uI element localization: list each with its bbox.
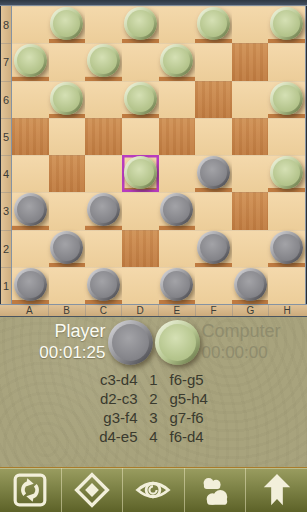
board-grid bbox=[11, 6, 305, 304]
gray-piece[interactable] bbox=[14, 193, 47, 226]
square-e1[interactable] bbox=[159, 267, 196, 304]
square-b5[interactable] bbox=[49, 118, 86, 155]
square-e5[interactable] bbox=[159, 118, 196, 155]
clouds-button[interactable] bbox=[184, 468, 246, 512]
square-f8[interactable] bbox=[195, 6, 232, 43]
move-white: g3-f4 bbox=[86, 408, 138, 427]
file-labels: ABCDEFGH bbox=[11, 305, 305, 316]
move-black: f6-g5 bbox=[170, 370, 222, 389]
up-arrow-button[interactable] bbox=[245, 468, 307, 512]
square-c2[interactable] bbox=[85, 230, 122, 267]
square-h5[interactable] bbox=[268, 118, 305, 155]
rank-label-1: 1 bbox=[1, 267, 11, 304]
green-piece[interactable] bbox=[124, 156, 157, 189]
square-a7[interactable] bbox=[12, 43, 49, 80]
board-corner bbox=[305, 305, 307, 316]
square-g7[interactable] bbox=[232, 43, 269, 80]
rank-label-8: 8 bbox=[1, 6, 11, 43]
board: 87654321 ABCDEFGH bbox=[0, 0, 307, 317]
green-piece[interactable] bbox=[270, 156, 303, 189]
square-d6[interactable] bbox=[122, 81, 159, 118]
square-h6[interactable] bbox=[268, 81, 305, 118]
gray-piece[interactable] bbox=[87, 193, 120, 226]
move-row-3: g3-f43g7-f6 bbox=[86, 408, 222, 427]
square-f2[interactable] bbox=[195, 230, 232, 267]
player-clock: 00:01:25 bbox=[39, 342, 105, 363]
square-a5[interactable] bbox=[12, 118, 49, 155]
player-label: Player bbox=[54, 321, 105, 342]
file-label-h: H bbox=[268, 305, 305, 316]
square-g5[interactable] bbox=[232, 118, 269, 155]
info-panel: Player 00:01:25 Computer 00:00:00 c3-d41… bbox=[0, 317, 307, 467]
computer-label: Computer bbox=[202, 321, 281, 342]
move-white: d2-c3 bbox=[86, 389, 138, 408]
rotate-icon bbox=[12, 472, 48, 508]
rank-label-7: 7 bbox=[1, 43, 11, 80]
diamond-icon bbox=[74, 472, 110, 508]
green-piece[interactable] bbox=[14, 44, 47, 77]
green-piece[interactable] bbox=[197, 7, 230, 40]
board-corner bbox=[0, 305, 11, 316]
checkers-app: 87654321 ABCDEFGH Player 00:01:25 Comput… bbox=[0, 0, 307, 512]
move-number: 2 bbox=[138, 389, 170, 408]
move-black: g5-h4 bbox=[170, 389, 222, 408]
square-d2[interactable] bbox=[122, 230, 159, 267]
square-c3[interactable] bbox=[85, 192, 122, 229]
gray-piece[interactable] bbox=[270, 231, 303, 264]
move-black: g7-f6 bbox=[170, 408, 222, 427]
rank-label-4: 4 bbox=[1, 155, 11, 192]
file-label-e: E bbox=[158, 305, 195, 316]
rank-label-5: 5 bbox=[1, 118, 11, 155]
square-f6[interactable] bbox=[195, 81, 232, 118]
square-a2[interactable] bbox=[12, 230, 49, 267]
square-h7[interactable] bbox=[268, 43, 305, 80]
square-c1[interactable] bbox=[85, 267, 122, 304]
square-e7[interactable] bbox=[159, 43, 196, 80]
square-b3[interactable] bbox=[49, 192, 86, 229]
computer-piece-icon bbox=[155, 320, 200, 365]
square-g3[interactable] bbox=[232, 192, 269, 229]
square-c6[interactable] bbox=[85, 81, 122, 118]
file-label-b: B bbox=[48, 305, 85, 316]
board-right-edge bbox=[305, 6, 307, 304]
rotate-board-button[interactable] bbox=[0, 468, 61, 512]
move-list: c3-d41f6-g5d2-c32g5-h4g3-f43g7-f6d4-e54f… bbox=[0, 370, 307, 446]
square-h8[interactable] bbox=[268, 6, 305, 43]
square-d7[interactable] bbox=[122, 43, 159, 80]
square-c8[interactable] bbox=[85, 6, 122, 43]
player-piece-icon bbox=[108, 320, 153, 365]
gray-piece[interactable] bbox=[197, 231, 230, 264]
up-arrow-icon bbox=[259, 472, 295, 508]
file-label-strip: ABCDEFGH bbox=[0, 304, 307, 317]
square-g8[interactable] bbox=[232, 6, 269, 43]
square-d4[interactable] bbox=[122, 155, 159, 192]
square-d3[interactable] bbox=[122, 192, 159, 229]
eye-button[interactable] bbox=[122, 468, 184, 512]
square-b1[interactable] bbox=[49, 267, 86, 304]
square-b4[interactable] bbox=[49, 155, 86, 192]
move-row-2: d2-c32g5-h4 bbox=[86, 389, 222, 408]
green-piece[interactable] bbox=[87, 44, 120, 77]
rank-label-6: 6 bbox=[1, 81, 11, 118]
square-f1[interactable] bbox=[195, 267, 232, 304]
eye-icon bbox=[135, 472, 171, 508]
square-h3[interactable] bbox=[268, 192, 305, 229]
green-piece[interactable] bbox=[50, 82, 83, 115]
toolbar bbox=[0, 468, 307, 512]
gray-piece[interactable] bbox=[160, 193, 193, 226]
gray-piece[interactable] bbox=[50, 231, 83, 264]
gray-piece[interactable] bbox=[160, 268, 193, 301]
square-f3[interactable] bbox=[195, 192, 232, 229]
square-e2[interactable] bbox=[159, 230, 196, 267]
diamond-button[interactable] bbox=[61, 468, 123, 512]
square-b7[interactable] bbox=[49, 43, 86, 80]
square-b8[interactable] bbox=[49, 6, 86, 43]
square-g6[interactable] bbox=[232, 81, 269, 118]
clouds-icon bbox=[197, 472, 233, 508]
square-d5[interactable] bbox=[122, 118, 159, 155]
square-a1[interactable] bbox=[12, 267, 49, 304]
green-piece[interactable] bbox=[270, 82, 303, 115]
square-f7[interactable] bbox=[195, 43, 232, 80]
square-a4[interactable] bbox=[12, 155, 49, 192]
move-black: f6-d4 bbox=[170, 427, 222, 446]
rank-labels: 87654321 bbox=[0, 6, 11, 304]
file-label-d: D bbox=[121, 305, 158, 316]
square-g4[interactable] bbox=[232, 155, 269, 192]
square-b2[interactable] bbox=[49, 230, 86, 267]
gray-piece[interactable] bbox=[14, 268, 47, 301]
file-label-c: C bbox=[85, 305, 122, 316]
square-h4[interactable] bbox=[268, 155, 305, 192]
green-piece[interactable] bbox=[50, 7, 83, 40]
gray-piece[interactable] bbox=[234, 268, 267, 301]
green-piece[interactable] bbox=[160, 44, 193, 77]
square-c7[interactable] bbox=[85, 43, 122, 80]
move-white: d4-e5 bbox=[86, 427, 138, 446]
file-label-a: A bbox=[11, 305, 48, 316]
green-piece[interactable] bbox=[270, 7, 303, 40]
green-piece[interactable] bbox=[124, 82, 157, 115]
square-e8[interactable] bbox=[159, 6, 196, 43]
gray-piece[interactable] bbox=[87, 268, 120, 301]
square-a3[interactable] bbox=[12, 192, 49, 229]
square-g1[interactable] bbox=[232, 267, 269, 304]
rank-label-2: 2 bbox=[1, 230, 11, 267]
square-d1[interactable] bbox=[122, 267, 159, 304]
square-f5[interactable] bbox=[195, 118, 232, 155]
move-number: 3 bbox=[138, 408, 170, 427]
move-row-4: d4-e54f6-d4 bbox=[86, 427, 222, 446]
square-f4[interactable] bbox=[195, 155, 232, 192]
computer-clock: 00:00:00 bbox=[202, 342, 268, 363]
square-a6[interactable] bbox=[12, 81, 49, 118]
square-g2[interactable] bbox=[232, 230, 269, 267]
move-white: c3-d4 bbox=[86, 370, 138, 389]
move-number: 1 bbox=[138, 370, 170, 389]
move-number: 4 bbox=[138, 427, 170, 446]
square-b6[interactable] bbox=[49, 81, 86, 118]
square-h1[interactable] bbox=[268, 267, 305, 304]
square-d8[interactable] bbox=[122, 6, 159, 43]
rank-label-3: 3 bbox=[1, 192, 11, 229]
square-c4[interactable] bbox=[85, 155, 122, 192]
file-label-f: F bbox=[195, 305, 232, 316]
square-e6[interactable] bbox=[159, 81, 196, 118]
square-e3[interactable] bbox=[159, 192, 196, 229]
square-h2[interactable] bbox=[268, 230, 305, 267]
green-piece[interactable] bbox=[124, 7, 157, 40]
square-c5[interactable] bbox=[85, 118, 122, 155]
file-label-g: G bbox=[232, 305, 269, 316]
scoreboard: Player 00:01:25 Computer 00:00:00 bbox=[0, 317, 307, 365]
square-a8[interactable] bbox=[12, 6, 49, 43]
square-e4[interactable] bbox=[159, 155, 196, 192]
gray-piece[interactable] bbox=[197, 156, 230, 189]
move-row-1: c3-d41f6-g5 bbox=[86, 370, 222, 389]
